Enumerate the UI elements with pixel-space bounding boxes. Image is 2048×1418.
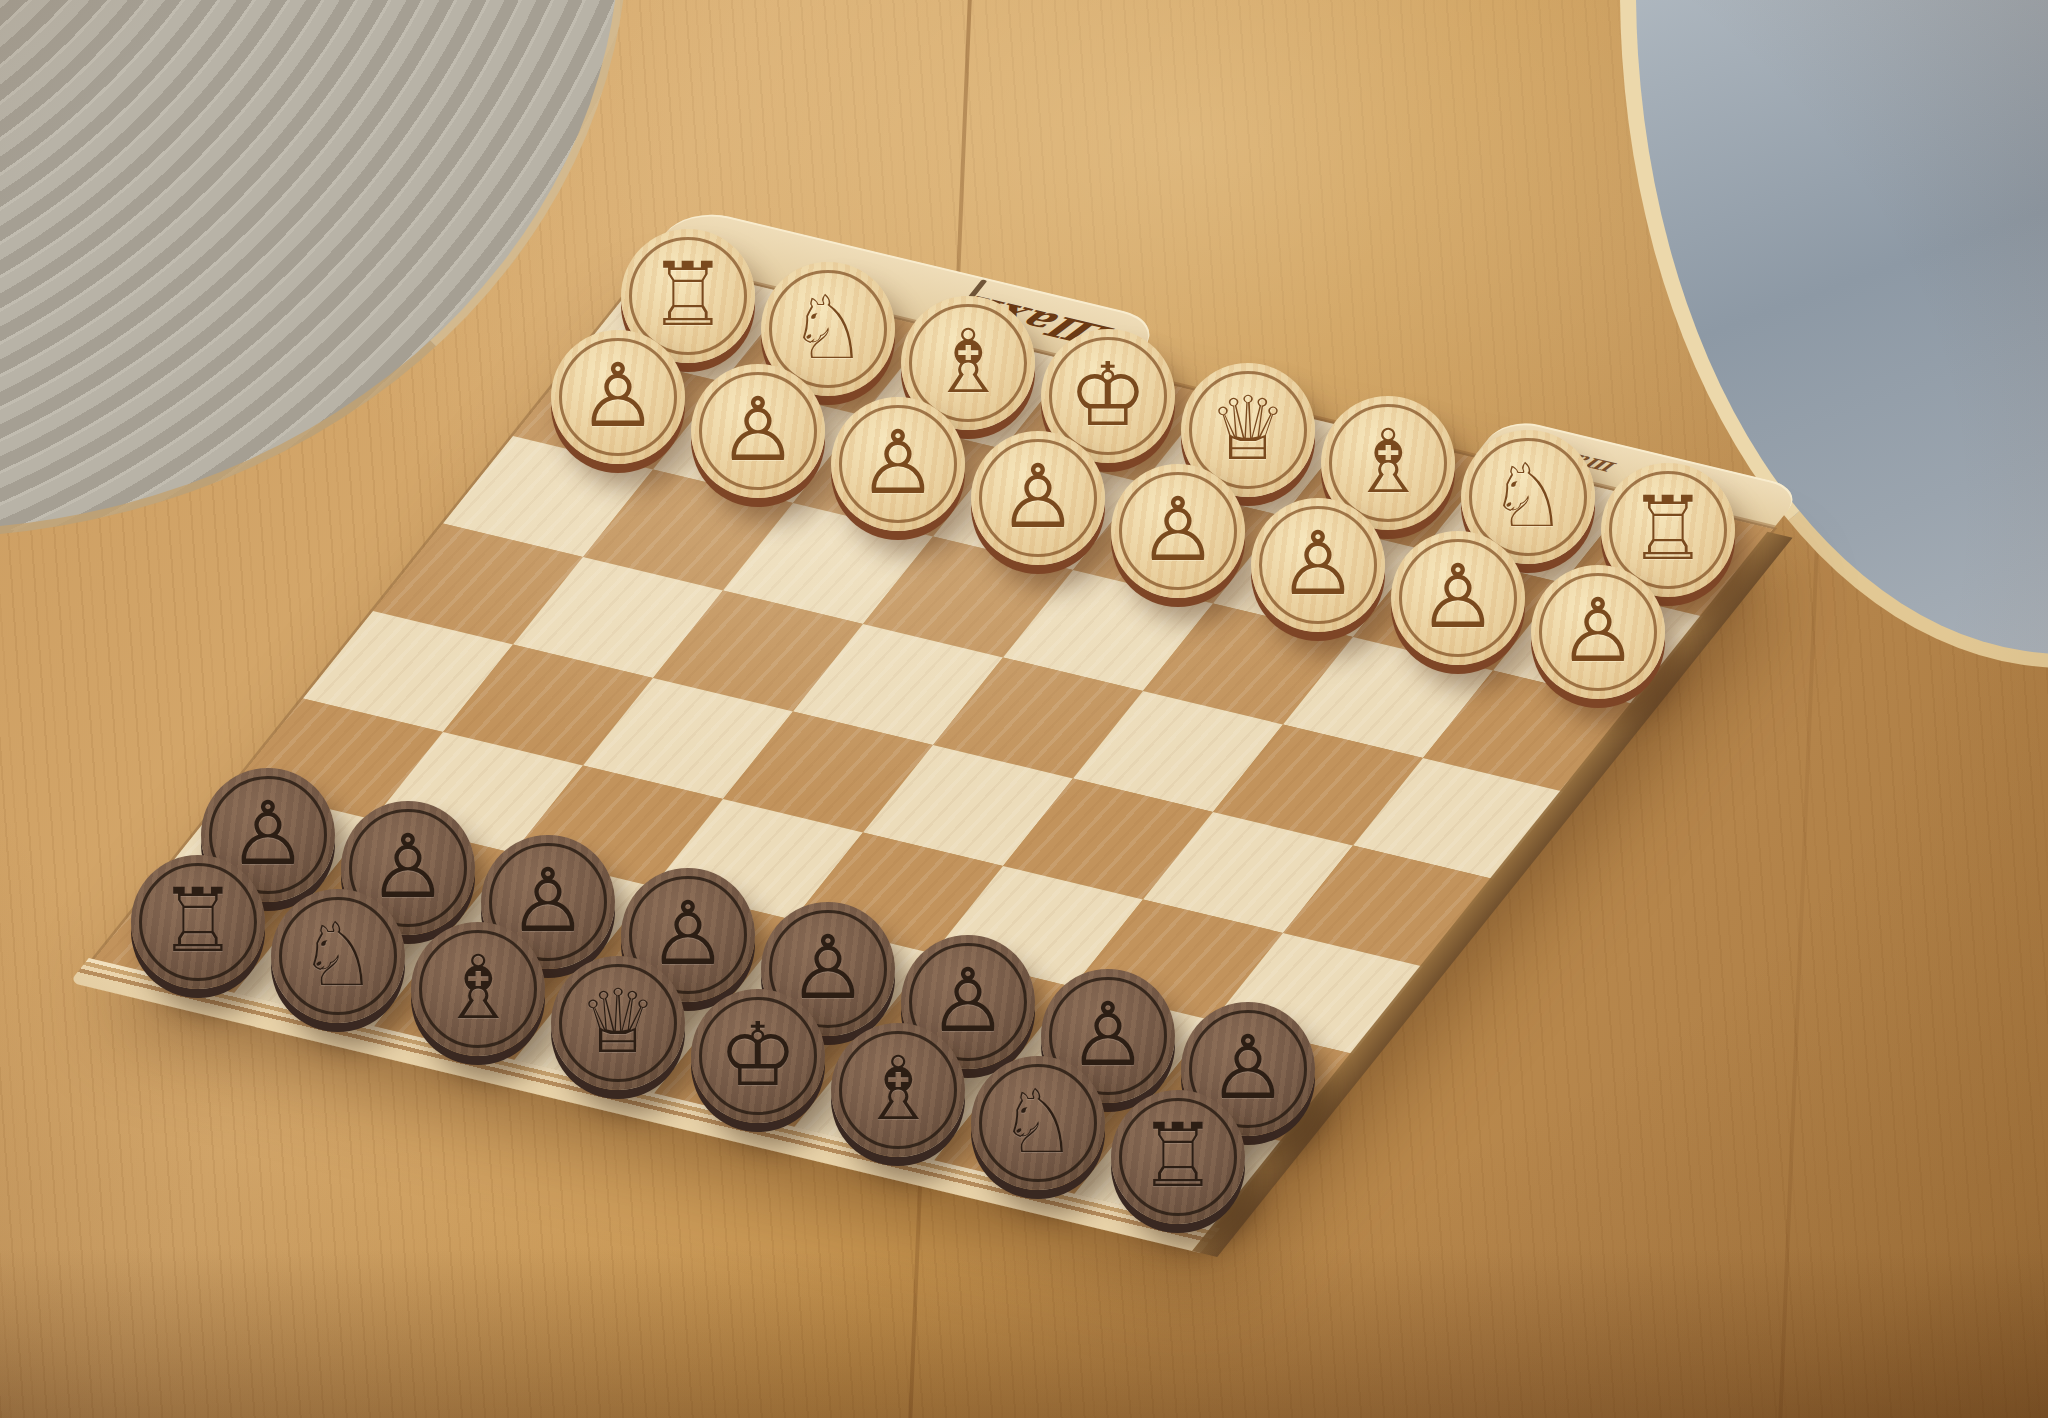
piece-dark-bishop[interactable]: ♗ <box>411 922 545 1056</box>
piece-light-pawn[interactable]: ♙ <box>1251 498 1385 632</box>
chess-pawn-glyph: ♙ <box>1251 498 1385 632</box>
chess-pawn-glyph: ♙ <box>831 397 965 531</box>
piece-dark-knight[interactable]: ♘ <box>971 1056 1105 1190</box>
piece-dark-bishop[interactable]: ♗ <box>831 1023 965 1157</box>
chess-pawn-glyph: ♙ <box>551 330 685 464</box>
piece-dark-queen[interactable]: ♕ <box>551 956 685 1090</box>
piece-light-pawn[interactable]: ♙ <box>691 364 825 498</box>
chess-knight-glyph: ♘ <box>971 1056 1105 1190</box>
chess-pawn-glyph: ♙ <box>1111 464 1245 598</box>
piece-dark-rook[interactable]: ♖ <box>131 855 265 989</box>
chess-pawn-glyph: ♙ <box>1531 565 1665 699</box>
chess-rook-glyph: ♖ <box>1111 1090 1245 1224</box>
chess-pawn-glyph: ♙ <box>1391 531 1525 665</box>
piece-dark-knight[interactable]: ♘ <box>271 889 405 1023</box>
piece-dark-king[interactable]: ♔ <box>691 989 825 1123</box>
chess-bishop-glyph: ♗ <box>831 1023 965 1157</box>
chess-knight-glyph: ♘ <box>271 889 405 1023</box>
chess-queen-glyph: ♕ <box>551 956 685 1090</box>
chess-rook-glyph: ♖ <box>131 855 265 989</box>
chess-bishop-glyph: ♗ <box>411 922 545 1056</box>
piece-dark-rook[interactable]: ♖ <box>1111 1090 1245 1224</box>
piece-light-pawn[interactable]: ♙ <box>1531 565 1665 699</box>
chess-pawn-glyph: ♙ <box>691 364 825 498</box>
piece-light-pawn[interactable]: ♙ <box>831 397 965 531</box>
piece-light-pawn[interactable]: ♙ <box>1391 531 1525 665</box>
piece-light-pawn[interactable]: ♙ <box>551 330 685 464</box>
chess-king-glyph: ♔ <box>691 989 825 1123</box>
piece-light-pawn[interactable]: ♙ <box>971 431 1105 565</box>
scene: Шахи Шахи ♖♘♗♔♕♗♘♖♙♙♙♙♙♙♙♙♙♙♙♙♙♙♙♙♖♘♗♕♔♗… <box>0 0 2048 1418</box>
chess-pawn-glyph: ♙ <box>971 431 1105 565</box>
piece-light-pawn[interactable]: ♙ <box>1111 464 1245 598</box>
